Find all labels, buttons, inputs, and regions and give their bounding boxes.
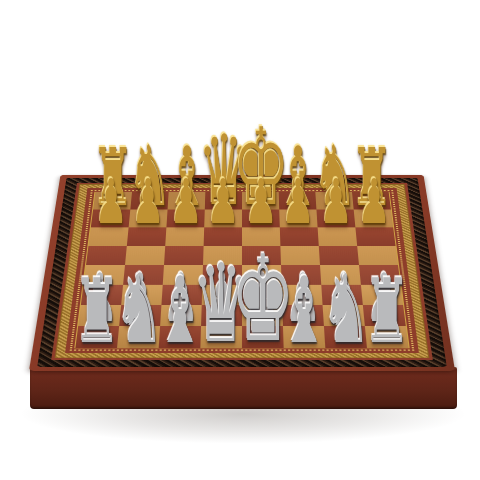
piece-black-gold-pawn-e7[interactable]: ♟: [244, 172, 277, 234]
chess-set-photo-scene: ♜♞♝♛♚♝♞♜♟♟♟♟♟♟♟♟♟♟♟♟♟♟♟♟♜♞♝♛♚♝♞♜: [0, 0, 480, 480]
piece-black-gold-pawn-b7[interactable]: ♟: [132, 172, 165, 234]
piece-black-gold-pawn-f7[interactable]: ♟: [282, 172, 315, 234]
piece-black-gold-pawn-d7[interactable]: ♟: [207, 172, 240, 234]
piece-black-gold-pawn-g7[interactable]: ♟: [319, 172, 352, 234]
mahogany-case-front: [30, 367, 457, 409]
piece-black-gold-pawn-h7[interactable]: ♟: [357, 172, 390, 234]
piece-black-gold-pawn-c7[interactable]: ♟: [169, 172, 202, 234]
piece-black-gold-pawn-a7[interactable]: ♟: [94, 172, 127, 234]
piece-white-silver-rook-h1[interactable]: ♜: [363, 267, 411, 356]
